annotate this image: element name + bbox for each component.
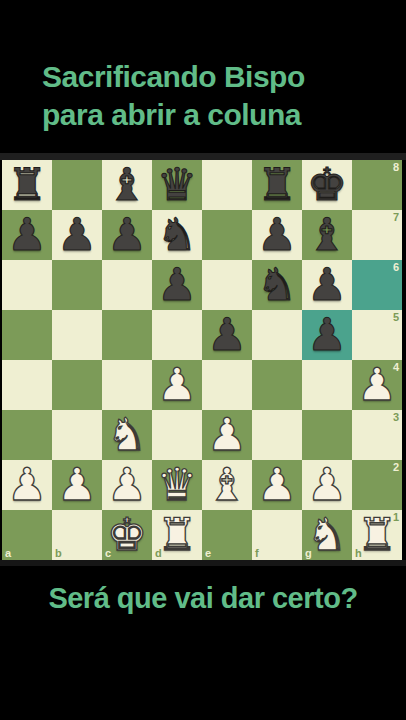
piece-black-pawn-g5[interactable]: ♟ xyxy=(302,310,352,360)
square-h6[interactable]: 6 xyxy=(352,260,402,310)
square-a5[interactable] xyxy=(2,310,52,360)
piece-white-pawn-h4[interactable]: ♟ xyxy=(352,360,402,410)
piece-black-pawn-f7[interactable]: ♟ xyxy=(252,210,302,260)
file-label-b: b xyxy=(55,548,62,559)
square-b5[interactable] xyxy=(52,310,102,360)
square-h4[interactable]: 4♟ xyxy=(352,360,402,410)
piece-white-rook-d1[interactable]: ♜ xyxy=(152,510,202,560)
square-a2[interactable]: ♟ xyxy=(2,460,52,510)
square-g3[interactable] xyxy=(302,410,352,460)
square-f6[interactable]: ♞ xyxy=(252,260,302,310)
square-d8[interactable]: ♛ xyxy=(152,160,202,210)
square-a6[interactable] xyxy=(2,260,52,310)
square-a3[interactable] xyxy=(2,410,52,460)
rank-label-3: 3 xyxy=(393,412,399,423)
square-g2[interactable]: ♟ xyxy=(302,460,352,510)
square-c5[interactable] xyxy=(102,310,152,360)
square-c4[interactable] xyxy=(102,360,152,410)
video-frame: { "game": "chess", "position": { "fen": … xyxy=(0,0,406,720)
square-b8[interactable] xyxy=(52,160,102,210)
piece-black-knight-f6[interactable]: ♞ xyxy=(252,260,302,310)
square-e6[interactable] xyxy=(202,260,252,310)
piece-white-rook-h1[interactable]: ♜ xyxy=(352,510,402,560)
chess-board: ♜♝♛♜♚8♟♟♟♞♟♝7♟♞♟6♟♟5♟4♟♞♟3♟♟♟♛♝♟♟2abc♚d♜… xyxy=(2,160,402,560)
piece-white-pawn-a2[interactable]: ♟ xyxy=(2,460,52,510)
piece-black-pawn-d6[interactable]: ♟ xyxy=(152,260,202,310)
square-g8[interactable]: ♚ xyxy=(302,160,352,210)
piece-white-king-c1[interactable]: ♚ xyxy=(102,510,152,560)
square-d6[interactable]: ♟ xyxy=(152,260,202,310)
square-f5[interactable] xyxy=(252,310,302,360)
piece-white-bishop-e2[interactable]: ♝ xyxy=(202,460,252,510)
square-f4[interactable] xyxy=(252,360,302,410)
piece-white-knight-g1[interactable]: ♞ xyxy=(302,510,352,560)
square-d4[interactable]: ♟ xyxy=(152,360,202,410)
square-e4[interactable] xyxy=(202,360,252,410)
square-f3[interactable] xyxy=(252,410,302,460)
rank-label-6: 6 xyxy=(393,262,399,273)
piece-black-pawn-e5[interactable]: ♟ xyxy=(202,310,252,360)
piece-black-pawn-g6[interactable]: ♟ xyxy=(302,260,352,310)
square-h5[interactable]: 5 xyxy=(352,310,402,360)
rank-label-8: 8 xyxy=(393,162,399,173)
square-c6[interactable] xyxy=(102,260,152,310)
square-d3[interactable] xyxy=(152,410,202,460)
headline-line-2: para abrir a coluna xyxy=(42,96,305,134)
square-d1[interactable]: d♜ xyxy=(152,510,202,560)
piece-black-king-g8[interactable]: ♚ xyxy=(302,160,352,210)
square-e7[interactable] xyxy=(202,210,252,260)
file-label-f: f xyxy=(255,548,259,559)
square-c7[interactable]: ♟ xyxy=(102,210,152,260)
square-g5[interactable]: ♟ xyxy=(302,310,352,360)
square-e5[interactable]: ♟ xyxy=(202,310,252,360)
rank-label-7: 7 xyxy=(393,212,399,223)
piece-black-bishop-g7[interactable]: ♝ xyxy=(302,210,352,260)
square-c8[interactable]: ♝ xyxy=(102,160,152,210)
piece-white-pawn-g2[interactable]: ♟ xyxy=(302,460,352,510)
square-h3[interactable]: 3 xyxy=(352,410,402,460)
piece-white-pawn-b2[interactable]: ♟ xyxy=(52,460,102,510)
piece-black-rook-f8[interactable]: ♜ xyxy=(252,160,302,210)
square-b3[interactable] xyxy=(52,410,102,460)
headline-caption: Sacrificando Bispo para abrir a coluna xyxy=(42,58,305,134)
square-d5[interactable] xyxy=(152,310,202,360)
piece-black-bishop-c8[interactable]: ♝ xyxy=(102,160,152,210)
square-g4[interactable] xyxy=(302,360,352,410)
piece-white-pawn-c2[interactable]: ♟ xyxy=(102,460,152,510)
square-d2[interactable]: ♛ xyxy=(152,460,202,510)
piece-black-pawn-a7[interactable]: ♟ xyxy=(2,210,52,260)
square-h2[interactable]: 2 xyxy=(352,460,402,510)
file-label-a: a xyxy=(5,548,11,559)
square-b6[interactable] xyxy=(52,260,102,310)
square-g6[interactable]: ♟ xyxy=(302,260,352,310)
square-c3[interactable]: ♞ xyxy=(102,410,152,460)
square-b4[interactable] xyxy=(52,360,102,410)
piece-white-pawn-e3[interactable]: ♟ xyxy=(202,410,252,460)
rank-label-5: 5 xyxy=(393,312,399,323)
square-h1[interactable]: 1h♜ xyxy=(352,510,402,560)
square-e2[interactable]: ♝ xyxy=(202,460,252,510)
piece-black-pawn-c7[interactable]: ♟ xyxy=(102,210,152,260)
square-f8[interactable]: ♜ xyxy=(252,160,302,210)
piece-black-queen-d8[interactable]: ♛ xyxy=(152,160,202,210)
footer-caption: Será que vai dar certo? xyxy=(0,582,406,615)
square-b7[interactable]: ♟ xyxy=(52,210,102,260)
piece-black-pawn-b7[interactable]: ♟ xyxy=(52,210,102,260)
square-a4[interactable] xyxy=(2,360,52,410)
square-c1[interactable]: c♚ xyxy=(102,510,152,560)
square-f2[interactable]: ♟ xyxy=(252,460,302,510)
square-b1[interactable]: b xyxy=(52,510,102,560)
frame-edge-bottom xyxy=(0,560,406,566)
square-e8[interactable] xyxy=(202,160,252,210)
rank-label-2: 2 xyxy=(393,462,399,473)
square-d7[interactable]: ♞ xyxy=(152,210,202,260)
piece-white-pawn-d4[interactable]: ♟ xyxy=(152,360,202,410)
square-h8[interactable]: 8 xyxy=(352,160,402,210)
square-f1[interactable]: f xyxy=(252,510,302,560)
headline-line-1: Sacrificando Bispo xyxy=(42,58,305,96)
square-b2[interactable]: ♟ xyxy=(52,460,102,510)
piece-black-knight-d7[interactable]: ♞ xyxy=(152,210,202,260)
square-f7[interactable]: ♟ xyxy=(252,210,302,260)
piece-black-rook-a8[interactable]: ♜ xyxy=(2,160,52,210)
square-a8[interactable]: ♜ xyxy=(2,160,52,210)
square-h7[interactable]: 7 xyxy=(352,210,402,260)
piece-white-knight-c3[interactable]: ♞ xyxy=(102,410,152,460)
square-e3[interactable]: ♟ xyxy=(202,410,252,460)
piece-white-queen-d2[interactable]: ♛ xyxy=(152,460,202,510)
square-e1[interactable]: e xyxy=(202,510,252,560)
square-c2[interactable]: ♟ xyxy=(102,460,152,510)
file-label-e: e xyxy=(205,548,211,559)
piece-white-pawn-f2[interactable]: ♟ xyxy=(252,460,302,510)
square-a7[interactable]: ♟ xyxy=(2,210,52,260)
square-g1[interactable]: g♞ xyxy=(302,510,352,560)
square-g7[interactable]: ♝ xyxy=(302,210,352,260)
square-a1[interactable]: a xyxy=(2,510,52,560)
